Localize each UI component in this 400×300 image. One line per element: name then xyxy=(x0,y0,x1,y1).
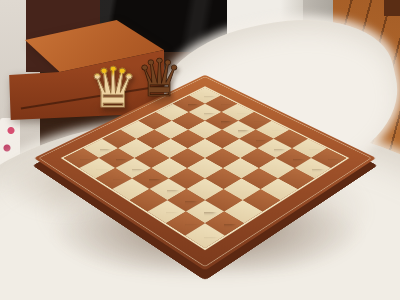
piece-black-pawn[interactable]: ♟ xyxy=(300,143,325,170)
square-f6[interactable] xyxy=(240,148,275,168)
spare-white-queen[interactable]: ♛ xyxy=(88,60,138,116)
square-e5[interactable] xyxy=(205,148,240,168)
square-h1[interactable]: ♜ xyxy=(185,223,225,248)
chess-board: ♜♞♝♛♚♝♞♜♟♟♟♟♟♟♟♟♟♟♟♟♟♟♟♟♜♞♝♛♚♝♞♜ xyxy=(34,75,376,271)
piece-white-rook[interactable]: ♜ xyxy=(188,204,219,239)
floor-shadow xyxy=(384,0,400,16)
chess-set-photo: ♜♞♝♛♚♝♞♜♟♟♟♟♟♟♟♟♟♟♟♟♟♟♟♟♜♞♝♛♚♝♞♜ ♛ ♛ xyxy=(0,0,400,300)
spare-black-queen[interactable]: ♛ xyxy=(136,52,183,104)
